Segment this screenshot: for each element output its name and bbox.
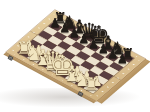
piece-black-pawn[interactable]: ♟	[117, 54, 128, 66]
pieces-layer: ♜♞♝♛♚♝♞♜♟♟♟♟♟♟♟♟♟♟♟♟♟♟♟♟♜♞♝♛♚♝♞♜	[0, 0, 150, 112]
piece-white-rook[interactable]: ♜	[84, 77, 99, 94]
chess-set-photo: ♜♞♝♛♚♝♞♜♟♟♟♟♟♟♟♟♟♟♟♟♟♟♟♟♜♞♝♛♚♝♞♜	[0, 0, 150, 112]
